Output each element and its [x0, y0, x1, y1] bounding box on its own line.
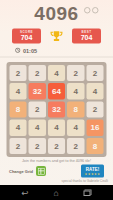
tagline: Join the numbers and get to the 4096 til… [0, 159, 113, 164]
tile-2: 2 [67, 138, 84, 154]
tile-4: 4 [48, 120, 65, 136]
settings-icon[interactable] [84, 7, 99, 14]
best-value: 704 [81, 34, 93, 42]
tile-4: 4 [10, 120, 27, 136]
tile-2: 2 [10, 65, 27, 81]
tile-4: 4 [10, 83, 27, 99]
best-badge: BEST 704 [72, 29, 101, 44]
change-grid-button[interactable]: Change Grid [9, 166, 46, 176]
tile-2: 2 [48, 138, 65, 154]
android-navbar: ↩ ⌂ [0, 185, 113, 200]
tile-2: 2 [86, 101, 103, 117]
divider [0, 57, 113, 58]
score-value: 704 [21, 34, 33, 42]
tile-4: 4 [86, 83, 103, 99]
game-board[interactable]: 22422432644482328244441622228 [7, 62, 107, 157]
credit-text: special thanks to Gabriele Cirulli [62, 179, 108, 183]
tile-8: 8 [10, 101, 27, 117]
score-badge: SCORE 704 [12, 29, 41, 44]
tile-32: 32 [29, 83, 46, 99]
rate-button[interactable]: RATE! ★★★★★ [81, 165, 104, 178]
timer-value: 01:05 [23, 48, 37, 54]
tile-4: 4 [67, 120, 84, 136]
tile-8: 8 [86, 138, 103, 154]
home-icon[interactable]: ⌂ [53, 188, 58, 197]
app-title: 4096 [34, 3, 78, 23]
tile-2: 2 [67, 65, 84, 81]
change-grid-label: Change Grid [9, 169, 33, 174]
tile-2: 2 [29, 101, 46, 117]
grid-size-icon[interactable] [36, 166, 46, 176]
recent-apps-icon[interactable] [84, 189, 92, 196]
rate-stars-icon: ★★★★★ [85, 172, 101, 176]
best-label: BEST [81, 31, 91, 35]
tile-2: 2 [86, 65, 103, 81]
tile-64: 64 [48, 83, 65, 99]
title-bar: 4096 [0, 0, 113, 25]
tile-8: 8 [67, 101, 84, 117]
score-row: SCORE 704 BEST 704 [0, 28, 113, 44]
score-label: SCORE [20, 31, 33, 35]
tile-2: 2 [29, 65, 46, 81]
tile-16: 16 [86, 120, 103, 136]
tile-2: 2 [10, 138, 27, 154]
tile-32: 32 [48, 101, 65, 117]
tile-2: 2 [29, 138, 46, 154]
screen: 4096 SCORE 704 BEST 704 [0, 0, 113, 200]
back-icon[interactable]: ↩ [21, 188, 28, 197]
tile-4: 4 [29, 120, 46, 136]
bottom-controls: Change Grid RATE! ★★★★★ [0, 165, 113, 178]
tile-4: 4 [48, 65, 65, 81]
tile-4: 4 [67, 83, 84, 99]
trophy-icon [50, 30, 63, 43]
timer: 01:05 [15, 47, 113, 54]
clock-icon [15, 46, 21, 55]
game-app: 4096 SCORE 704 BEST 704 [0, 0, 113, 200]
